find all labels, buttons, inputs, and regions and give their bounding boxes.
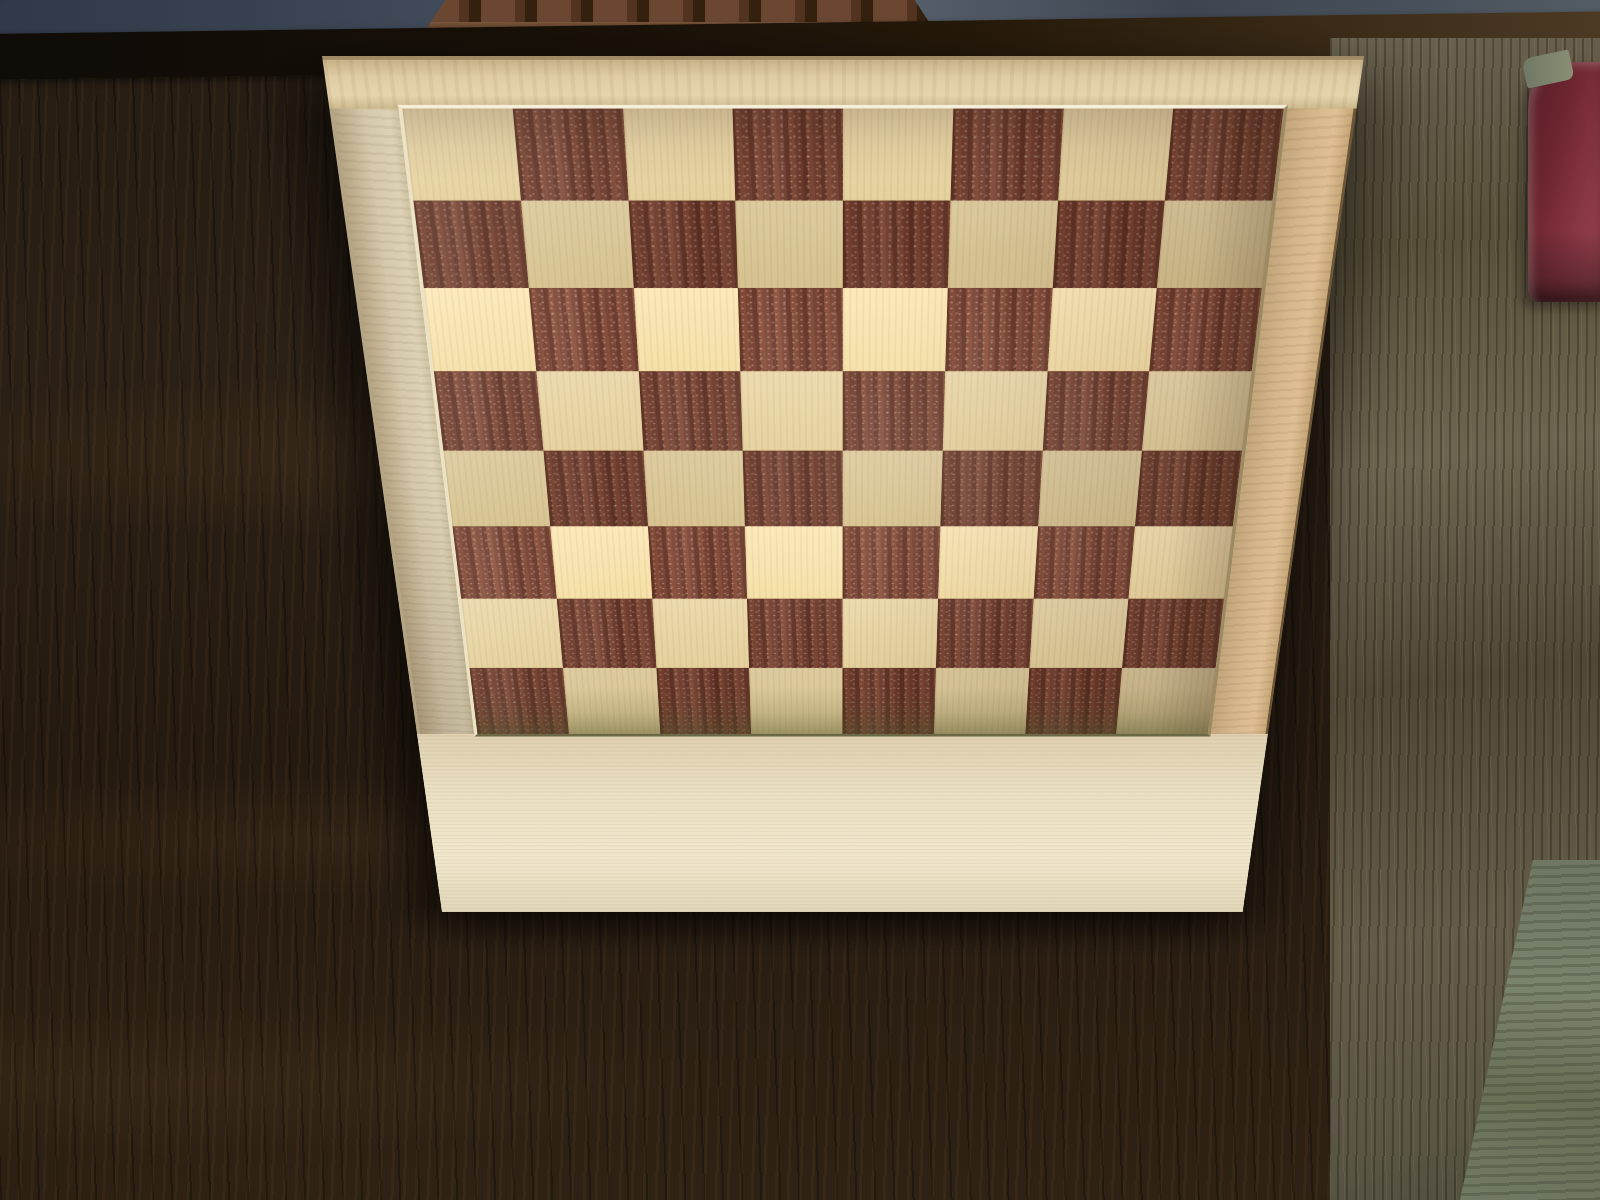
square-a2 [461, 599, 563, 668]
square-g4 [1038, 451, 1142, 527]
square-g2 [1029, 599, 1129, 668]
square-e8 [843, 109, 953, 201]
square-c6 [633, 288, 740, 371]
square-h2 [1122, 599, 1224, 668]
square-g8 [1058, 109, 1174, 201]
file-label-bottom-g [1023, 739, 1116, 770]
square-c3 [648, 526, 748, 598]
square-a8 [402, 109, 520, 201]
square-g1 [1025, 668, 1122, 734]
square-f1 [934, 668, 1029, 734]
file-label-bottom-f [933, 739, 1025, 770]
square-b8 [512, 109, 628, 201]
playing-area [398, 105, 1288, 737]
square-a5 [434, 371, 543, 450]
square-c1 [656, 668, 751, 734]
square-h4 [1135, 451, 1242, 527]
square-e6 [843, 288, 948, 371]
file-label-bottom-h [1113, 739, 1207, 770]
square-d5 [741, 371, 843, 450]
board-perspective-scene [0, 0, 1600, 1200]
square-d3 [745, 526, 843, 598]
square-e3 [843, 526, 941, 598]
square-a4 [443, 451, 550, 527]
square-b5 [536, 371, 643, 450]
square-e7 [843, 201, 950, 288]
chessboard [322, 56, 1364, 912]
square-c4 [643, 451, 745, 527]
square-c7 [628, 201, 738, 288]
square-e5 [843, 371, 945, 450]
square-h5 [1142, 371, 1251, 450]
rank-label-right-1 [1207, 670, 1277, 736]
square-f6 [945, 288, 1052, 371]
square-g6 [1047, 288, 1157, 371]
file-label-bottom-b [569, 739, 662, 770]
file-label-bottom-e [842, 739, 933, 770]
photo-of-chessboard [0, 0, 1600, 1200]
square-h6 [1149, 288, 1261, 371]
squares-grid [402, 109, 1283, 734]
square-b1 [563, 668, 660, 734]
square-e4 [843, 451, 943, 527]
square-g3 [1033, 526, 1135, 598]
square-b4 [543, 451, 647, 527]
square-b6 [529, 288, 639, 371]
square-a3 [452, 526, 556, 598]
square-d7 [736, 201, 843, 288]
square-f3 [938, 526, 1038, 598]
file-label-bottom-a [478, 739, 572, 770]
square-c8 [623, 109, 736, 201]
file-label-bottom-c [660, 739, 752, 770]
square-c5 [638, 371, 743, 450]
square-h3 [1129, 526, 1233, 598]
rank-label-right-3 [1224, 528, 1297, 601]
square-b3 [550, 526, 652, 598]
square-f7 [948, 201, 1058, 288]
rank-label-right-2 [1215, 601, 1287, 670]
square-h7 [1157, 201, 1272, 288]
square-g7 [1052, 201, 1165, 288]
square-d2 [747, 599, 842, 668]
square-g5 [1042, 371, 1149, 450]
square-f8 [950, 109, 1063, 201]
square-a6 [424, 288, 536, 371]
square-d6 [738, 288, 843, 371]
square-f4 [940, 451, 1042, 527]
square-b2 [557, 599, 656, 668]
square-a1 [469, 668, 568, 734]
square-a7 [413, 201, 528, 288]
square-d4 [743, 451, 843, 527]
board-frame-bottom [417, 734, 1268, 912]
file-label-bottom-d [751, 739, 842, 770]
board-frame-top [322, 56, 1364, 109]
square-d1 [749, 668, 842, 734]
square-e2 [843, 599, 938, 668]
square-h1 [1116, 668, 1215, 734]
square-f2 [936, 599, 1033, 668]
square-c2 [652, 599, 749, 668]
square-f5 [943, 371, 1048, 450]
square-h8 [1165, 109, 1284, 201]
square-b7 [521, 201, 634, 288]
square-d8 [733, 109, 843, 201]
square-e1 [842, 668, 935, 734]
